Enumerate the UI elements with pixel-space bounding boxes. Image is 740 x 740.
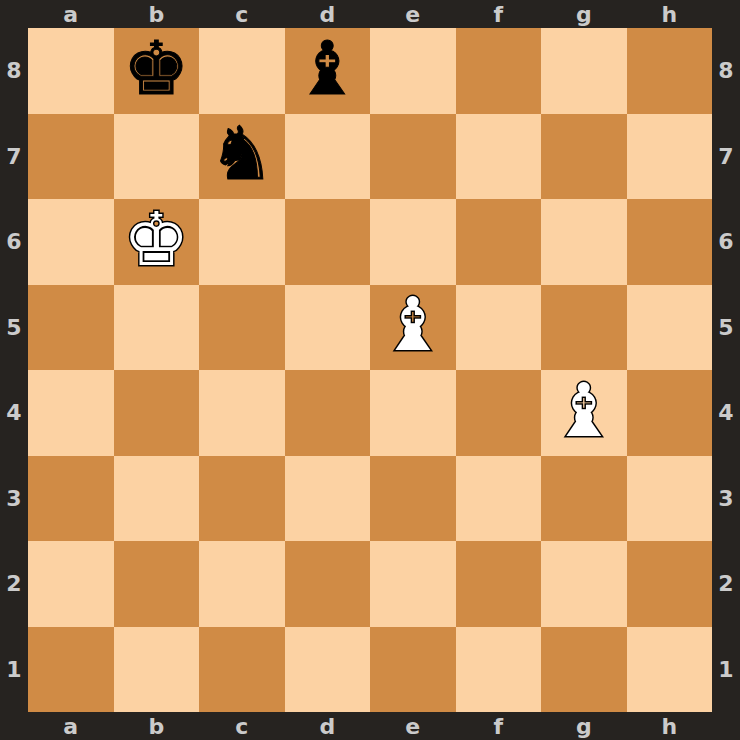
square-h3[interactable] (627, 456, 713, 542)
square-c5[interactable] (199, 285, 285, 371)
rank-label-2: 2 (0, 541, 28, 627)
rank-label-3: 3 (712, 456, 740, 542)
square-g3[interactable] (541, 456, 627, 542)
rank-labels-right: 87654321 (712, 28, 740, 712)
rank-label-2: 2 (712, 541, 740, 627)
rank-label-7: 7 (712, 114, 740, 200)
square-c8[interactable] (199, 28, 285, 114)
square-d3[interactable] (285, 456, 371, 542)
piece-black-king-b8[interactable]: ♚ (123, 31, 189, 105)
file-label-c: c (199, 0, 285, 28)
square-e2[interactable] (370, 541, 456, 627)
rank-label-7: 7 (0, 114, 28, 200)
square-a5[interactable] (28, 285, 114, 371)
square-h2[interactable] (627, 541, 713, 627)
file-label-b: b (114, 712, 200, 740)
square-b3[interactable] (114, 456, 200, 542)
square-b4[interactable] (114, 370, 200, 456)
square-h5[interactable] (627, 285, 713, 371)
file-label-h: h (627, 0, 713, 28)
square-g2[interactable] (541, 541, 627, 627)
file-label-a: a (28, 712, 114, 740)
square-f7[interactable] (456, 114, 542, 200)
square-b5[interactable] (114, 285, 200, 371)
piece-black-bishop-d8[interactable]: ♝ (294, 31, 360, 105)
square-f8[interactable] (456, 28, 542, 114)
rank-label-8: 8 (0, 28, 28, 114)
file-label-e: e (370, 712, 456, 740)
rank-label-8: 8 (712, 28, 740, 114)
file-labels-top: abcdefgh (28, 0, 712, 28)
square-h7[interactable] (627, 114, 713, 200)
square-g1[interactable] (541, 627, 627, 713)
file-label-e: e (370, 0, 456, 28)
square-c2[interactable] (199, 541, 285, 627)
piece-white-king-b6[interactable]: ♚ (123, 202, 189, 276)
file-label-c: c (199, 712, 285, 740)
rank-label-6: 6 (0, 199, 28, 285)
file-label-f: f (456, 712, 542, 740)
square-e5[interactable]: ♝ (370, 285, 456, 371)
file-label-a: a (28, 0, 114, 28)
rank-label-1: 1 (712, 627, 740, 713)
rank-label-1: 1 (0, 627, 28, 713)
square-e6[interactable] (370, 199, 456, 285)
file-label-g: g (541, 0, 627, 28)
square-g4[interactable]: ♝ (541, 370, 627, 456)
square-a2[interactable] (28, 541, 114, 627)
square-b2[interactable] (114, 541, 200, 627)
rank-labels-left: 87654321 (0, 28, 28, 712)
square-c6[interactable] (199, 199, 285, 285)
square-g8[interactable] (541, 28, 627, 114)
square-a1[interactable] (28, 627, 114, 713)
chess-board: ♚♝♞♚♝♝ (28, 28, 712, 712)
square-c1[interactable] (199, 627, 285, 713)
square-g7[interactable] (541, 114, 627, 200)
file-label-b: b (114, 0, 200, 28)
square-e8[interactable] (370, 28, 456, 114)
square-e1[interactable] (370, 627, 456, 713)
file-label-g: g (541, 712, 627, 740)
square-c7[interactable]: ♞ (199, 114, 285, 200)
rank-label-3: 3 (0, 456, 28, 542)
square-f6[interactable] (456, 199, 542, 285)
square-b7[interactable] (114, 114, 200, 200)
piece-black-knight-c7[interactable]: ♞ (209, 116, 275, 190)
square-f5[interactable] (456, 285, 542, 371)
rank-label-5: 5 (712, 285, 740, 371)
square-f2[interactable] (456, 541, 542, 627)
piece-white-bishop-g4[interactable]: ♝ (551, 373, 617, 447)
rank-label-4: 4 (0, 370, 28, 456)
square-h8[interactable] (627, 28, 713, 114)
square-b1[interactable] (114, 627, 200, 713)
square-a3[interactable] (28, 456, 114, 542)
square-d2[interactable] (285, 541, 371, 627)
square-d1[interactable] (285, 627, 371, 713)
file-label-f: f (456, 0, 542, 28)
square-c3[interactable] (199, 456, 285, 542)
square-d4[interactable] (285, 370, 371, 456)
square-f3[interactable] (456, 456, 542, 542)
square-a6[interactable] (28, 199, 114, 285)
square-e4[interactable] (370, 370, 456, 456)
square-b8[interactable]: ♚ (114, 28, 200, 114)
square-h6[interactable] (627, 199, 713, 285)
square-g6[interactable] (541, 199, 627, 285)
file-label-h: h (627, 712, 713, 740)
square-e7[interactable] (370, 114, 456, 200)
piece-white-bishop-e5[interactable]: ♝ (380, 287, 446, 361)
square-h4[interactable] (627, 370, 713, 456)
square-f4[interactable] (456, 370, 542, 456)
square-g5[interactable] (541, 285, 627, 371)
square-f1[interactable] (456, 627, 542, 713)
square-h1[interactable] (627, 627, 713, 713)
file-labels-bottom: abcdefgh (28, 712, 712, 740)
square-a7[interactable] (28, 114, 114, 200)
square-e3[interactable] (370, 456, 456, 542)
rank-label-6: 6 (712, 199, 740, 285)
square-d7[interactable] (285, 114, 371, 200)
square-d5[interactable] (285, 285, 371, 371)
square-b6[interactable]: ♚ (114, 199, 200, 285)
file-label-d: d (285, 0, 371, 28)
square-c4[interactable] (199, 370, 285, 456)
rank-label-4: 4 (712, 370, 740, 456)
square-a8[interactable] (28, 28, 114, 114)
chessboard-frame: abcdefgh abcdefgh 87654321 87654321 ♚♝♞♚… (0, 0, 740, 740)
square-a4[interactable] (28, 370, 114, 456)
rank-label-5: 5 (0, 285, 28, 371)
square-d8[interactable]: ♝ (285, 28, 371, 114)
square-d6[interactable] (285, 199, 371, 285)
file-label-d: d (285, 712, 371, 740)
